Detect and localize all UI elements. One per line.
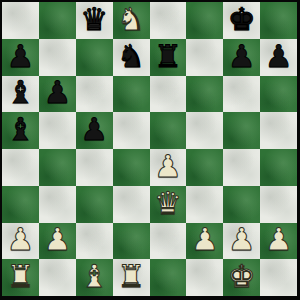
square-e2[interactable] (150, 223, 187, 260)
black-pawn-h7[interactable]: ♟ (265, 41, 293, 72)
black-pawn-g7[interactable]: ♟ (228, 41, 256, 72)
square-f2[interactable]: ♟ (186, 223, 223, 260)
black-knight-d7[interactable]: ♞ (117, 41, 145, 72)
square-c8[interactable]: ♛ (76, 2, 113, 39)
square-h7[interactable]: ♟ (260, 39, 297, 76)
square-a6[interactable]: ♝ (2, 76, 39, 113)
white-king-g1[interactable]: ♚ (228, 261, 256, 292)
square-h8[interactable] (260, 2, 297, 39)
square-f4[interactable] (186, 149, 223, 186)
white-queen-e3[interactable]: ♛ (154, 188, 182, 219)
square-e7[interactable]: ♜ (150, 39, 187, 76)
square-a1[interactable]: ♜ (2, 259, 39, 296)
square-b1[interactable] (39, 259, 76, 296)
white-pawn-h2[interactable]: ♟ (265, 224, 293, 255)
square-h5[interactable] (260, 112, 297, 149)
square-c6[interactable] (76, 76, 113, 113)
square-g1[interactable]: ♚ (223, 259, 260, 296)
square-b4[interactable] (39, 149, 76, 186)
white-knight-d8[interactable]: ♞ (117, 4, 145, 35)
square-d3[interactable] (113, 186, 150, 223)
square-g7[interactable]: ♟ (223, 39, 260, 76)
square-a2[interactable]: ♟ (2, 223, 39, 260)
square-h4[interactable] (260, 149, 297, 186)
chess-board: ♛♞♚♟♞♜♟♟♝♟♝♟♟♛♟♟♟♟♟♜♝♜♚ (2, 2, 297, 296)
square-g5[interactable] (223, 112, 260, 149)
square-a4[interactable] (2, 149, 39, 186)
square-c1[interactable]: ♝ (76, 259, 113, 296)
square-f6[interactable] (186, 76, 223, 113)
white-rook-d1[interactable]: ♜ (117, 261, 145, 292)
square-g3[interactable] (223, 186, 260, 223)
square-b6[interactable]: ♟ (39, 76, 76, 113)
black-bishop-a5[interactable]: ♝ (7, 114, 35, 145)
square-c4[interactable] (76, 149, 113, 186)
square-g4[interactable] (223, 149, 260, 186)
square-e8[interactable] (150, 2, 187, 39)
square-h1[interactable] (260, 259, 297, 296)
square-a8[interactable] (2, 2, 39, 39)
white-rook-a1[interactable]: ♜ (7, 261, 35, 292)
square-b2[interactable]: ♟ (39, 223, 76, 260)
square-b8[interactable] (39, 2, 76, 39)
square-h6[interactable] (260, 76, 297, 113)
black-pawn-b6[interactable]: ♟ (43, 77, 71, 108)
white-pawn-g2[interactable]: ♟ (228, 224, 256, 255)
square-d2[interactable] (113, 223, 150, 260)
white-pawn-f2[interactable]: ♟ (191, 224, 219, 255)
black-rook-e7[interactable]: ♜ (154, 41, 182, 72)
white-bishop-c1[interactable]: ♝ (80, 261, 108, 292)
square-f7[interactable] (186, 39, 223, 76)
square-c3[interactable] (76, 186, 113, 223)
square-d4[interactable] (113, 149, 150, 186)
black-king-g8[interactable]: ♚ (228, 4, 256, 35)
square-h3[interactable] (260, 186, 297, 223)
square-b7[interactable] (39, 39, 76, 76)
square-e6[interactable] (150, 76, 187, 113)
square-g6[interactable] (223, 76, 260, 113)
square-a5[interactable]: ♝ (2, 112, 39, 149)
square-e4[interactable]: ♟ (150, 149, 187, 186)
square-f3[interactable] (186, 186, 223, 223)
square-c5[interactable]: ♟ (76, 112, 113, 149)
black-queen-c8[interactable]: ♛ (80, 4, 108, 35)
black-pawn-a7[interactable]: ♟ (7, 41, 35, 72)
white-pawn-a2[interactable]: ♟ (7, 224, 35, 255)
square-b3[interactable] (39, 186, 76, 223)
square-d8[interactable]: ♞ (113, 2, 150, 39)
square-d1[interactable]: ♜ (113, 259, 150, 296)
square-c2[interactable] (76, 223, 113, 260)
square-b5[interactable] (39, 112, 76, 149)
square-f5[interactable] (186, 112, 223, 149)
square-d6[interactable] (113, 76, 150, 113)
square-f1[interactable] (186, 259, 223, 296)
square-e3[interactable]: ♛ (150, 186, 187, 223)
black-bishop-a6[interactable]: ♝ (7, 77, 35, 108)
square-h2[interactable]: ♟ (260, 223, 297, 260)
square-d7[interactable]: ♞ (113, 39, 150, 76)
black-pawn-c5[interactable]: ♟ (80, 114, 108, 145)
square-g8[interactable]: ♚ (223, 2, 260, 39)
square-a7[interactable]: ♟ (2, 39, 39, 76)
square-d5[interactable] (113, 112, 150, 149)
white-pawn-b2[interactable]: ♟ (43, 224, 71, 255)
square-f8[interactable] (186, 2, 223, 39)
square-e5[interactable] (150, 112, 187, 149)
chess-board-frame: ♛♞♚♟♞♜♟♟♝♟♝♟♟♛♟♟♟♟♟♜♝♜♚ (0, 0, 300, 300)
square-a3[interactable] (2, 186, 39, 223)
square-g2[interactable]: ♟ (223, 223, 260, 260)
white-pawn-e4[interactable]: ♟ (154, 151, 182, 182)
square-e1[interactable] (150, 259, 187, 296)
square-c7[interactable] (76, 39, 113, 76)
